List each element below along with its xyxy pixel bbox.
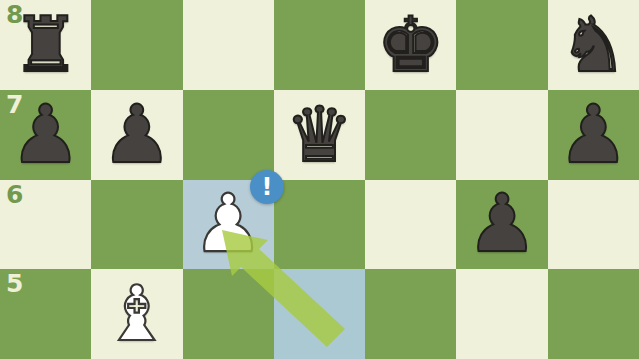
square-b6[interactable]	[91, 180, 182, 270]
square-a7[interactable]: 7♟	[0, 90, 91, 180]
square-e6[interactable]	[365, 180, 456, 270]
square-a6[interactable]: 6	[0, 180, 91, 270]
square-b8[interactable]	[91, 0, 182, 90]
square-e7[interactable]	[365, 90, 456, 180]
square-g7[interactable]: ♟	[548, 90, 639, 180]
square-e5[interactable]	[365, 269, 456, 359]
square-f5[interactable]	[456, 269, 547, 359]
square-d7[interactable]: ♛	[274, 90, 365, 180]
square-e8[interactable]: ♚	[365, 0, 456, 90]
white-bishop-b5: ♝	[91, 269, 182, 359]
square-b7[interactable]: ♟	[91, 90, 182, 180]
square-f8[interactable]	[456, 0, 547, 90]
great-move-badge: !	[250, 170, 284, 204]
square-c7[interactable]	[183, 90, 274, 180]
square-f7[interactable]	[456, 90, 547, 180]
square-d6[interactable]	[274, 180, 365, 270]
black-rook-a8: ♜	[0, 0, 91, 90]
square-d8[interactable]	[274, 0, 365, 90]
rank-label-6: 6	[6, 181, 23, 209]
black-king-e8: ♚	[365, 0, 456, 90]
square-g5[interactable]	[548, 269, 639, 359]
chess-board-screenshot: 8♜♚♞7♟♟♛♟6♟♟5♝ !	[0, 0, 639, 359]
rank-label-5: 5	[6, 270, 23, 298]
black-pawn-b7: ♟	[91, 90, 182, 180]
square-b5[interactable]: ♝	[91, 269, 182, 359]
square-a8[interactable]: 8♜	[0, 0, 91, 90]
black-queen-d7: ♛	[274, 90, 365, 180]
black-pawn-g7: ♟	[548, 90, 639, 180]
board: 8♜♚♞7♟♟♛♟6♟♟5♝	[0, 0, 639, 359]
black-knight-g8: ♞	[548, 0, 639, 90]
great-move-badge-symbol: !	[262, 173, 273, 201]
square-c8[interactable]	[183, 0, 274, 90]
square-g6[interactable]	[548, 180, 639, 270]
black-pawn-a7: ♟	[0, 90, 91, 180]
square-d5[interactable]	[274, 269, 365, 359]
black-pawn-f6: ♟	[456, 180, 547, 270]
square-c5[interactable]	[183, 269, 274, 359]
square-a5[interactable]: 5	[0, 269, 91, 359]
square-g8[interactable]: ♞	[548, 0, 639, 90]
square-f6[interactable]: ♟	[456, 180, 547, 270]
